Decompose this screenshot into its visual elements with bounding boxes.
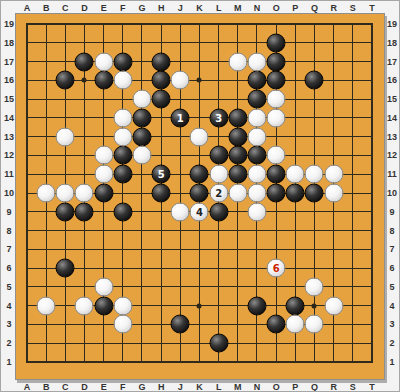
stone-white-D10[interactable] [75,184,94,203]
stone-black-N12[interactable] [247,146,266,165]
column-label: D [76,3,92,13]
stone-white-R4[interactable] [324,296,343,315]
stone-black-L2[interactable] [209,334,228,353]
column-label: S [345,3,361,13]
row-label: 17 [1,57,17,67]
row-label: 10 [384,188,400,198]
row-label: 14 [1,113,17,123]
stone-black-O18[interactable] [267,33,286,52]
column-label: O [268,3,284,13]
stone-white-N14[interactable] [247,108,266,127]
column-label: L [211,382,227,392]
stone-white-O12[interactable] [267,146,286,165]
stone-black-J3[interactable] [171,315,190,334]
row-label: 8 [384,226,400,236]
column-label: T [364,3,380,13]
go-board: AABBCCDDEEFFGGHHJJKKLLMMNNOOPPQQRRSSTT19… [0,0,400,392]
row-label: 2 [1,338,17,348]
column-label: F [115,3,131,13]
stone-white-N9[interactable] [247,202,266,221]
stone-black-M11[interactable] [228,165,247,184]
column-label: S [345,382,361,392]
stone-black-O16[interactable] [267,71,286,90]
row-label: 13 [384,132,400,142]
stone-white-O15[interactable] [267,90,286,109]
stone-white-L11[interactable] [209,165,228,184]
stone-white-J16[interactable] [171,71,190,90]
row-label: 16 [1,75,17,85]
stone-black-N4[interactable] [247,296,266,315]
stone-white-Q3[interactable] [305,315,324,334]
row-label: 8 [1,226,17,236]
stone-white-R11[interactable] [324,165,343,184]
column-label: J [172,382,188,392]
stone-black-M13[interactable] [228,127,247,146]
stone-white-D4[interactable] [75,296,94,315]
stone-black-L9[interactable] [209,202,228,221]
row-label: 1 [1,357,17,367]
column-label: E [96,382,112,392]
move-number-label: 6 [268,260,285,277]
stone-white-Q11[interactable] [305,165,324,184]
row-label: 18 [1,38,17,48]
stone-white-E11[interactable] [94,165,113,184]
stone-white-C10[interactable] [56,184,75,203]
row-label: 7 [384,244,400,254]
stone-black-Q16[interactable] [305,71,324,90]
stone-black-O3[interactable] [267,315,286,334]
star-point [197,78,202,83]
stone-white-M17[interactable] [228,52,247,71]
stone-black-C9[interactable] [56,202,75,221]
column-label: K [191,3,207,13]
column-label: E [96,3,112,13]
row-label: 4 [1,301,17,311]
row-label: 6 [384,263,400,273]
stone-black-L14[interactable]: 3 [209,108,228,127]
stone-white-C13[interactable] [56,127,75,146]
row-label: 11 [384,169,400,179]
stone-black-K11[interactable] [190,165,209,184]
stone-black-E10[interactable] [94,184,113,203]
stone-black-F11[interactable] [113,165,132,184]
grid-line [26,361,373,363]
column-label: K [191,382,207,392]
star-point [312,303,317,308]
stone-white-M10[interactable] [228,184,247,203]
stone-black-O10[interactable] [267,184,286,203]
stone-white-O14[interactable] [267,108,286,127]
stone-white-B10[interactable] [37,184,56,203]
column-label: P [287,3,303,13]
column-label: F [115,382,131,392]
row-label: 9 [1,207,17,217]
stone-black-F17[interactable] [113,52,132,71]
stone-white-F16[interactable] [113,71,132,90]
column-label: N [249,382,265,392]
stone-white-P11[interactable] [286,165,305,184]
column-label: G [134,382,150,392]
stone-white-E5[interactable] [94,277,113,296]
stone-white-E17[interactable] [94,52,113,71]
column-label: C [57,382,73,392]
stone-white-N17[interactable] [247,52,266,71]
row-label: 19 [384,19,400,29]
stone-white-N11[interactable] [247,165,266,184]
stone-white-E12[interactable] [94,146,113,165]
column-label: P [287,382,303,392]
move-number-label: 2 [210,185,227,202]
row-label: 7 [1,244,17,254]
move-number-label: 3 [210,109,227,126]
stone-black-L12[interactable] [209,146,228,165]
row-label: 11 [1,169,17,179]
row-label: 15 [1,94,17,104]
column-label: G [134,3,150,13]
stone-white-F3[interactable] [113,315,132,334]
stone-white-O6[interactable]: 6 [267,259,286,278]
stone-white-J9[interactable] [171,202,190,221]
row-label: 15 [384,94,400,104]
stone-black-C16[interactable] [56,71,75,90]
row-label: 12 [384,150,400,160]
column-label: M [230,3,246,13]
stone-white-P3[interactable] [286,315,305,334]
grid-line [352,23,353,363]
stone-white-F14[interactable] [113,108,132,127]
star-point [82,78,87,83]
grid-line [26,268,373,269]
stone-white-L10[interactable]: 2 [209,184,228,203]
stone-black-J14[interactable]: 1 [171,108,190,127]
stone-white-N13[interactable] [247,127,266,146]
column-label: L [211,3,227,13]
move-number-label: 4 [191,203,208,220]
grid-line [26,343,373,344]
row-label: 19 [1,19,17,29]
column-label: H [153,3,169,13]
stone-white-G15[interactable] [132,90,151,109]
column-label: D [76,382,92,392]
stone-black-G13[interactable] [132,127,151,146]
column-label: M [230,382,246,392]
stone-black-D9[interactable] [75,202,94,221]
stone-black-C6[interactable] [56,259,75,278]
row-label: 13 [1,132,17,142]
stone-black-Q10[interactable] [305,184,324,203]
stone-black-N15[interactable] [247,90,266,109]
column-label: R [326,382,342,392]
stone-white-K9[interactable]: 4 [190,202,209,221]
move-number-label: 5 [153,166,170,183]
stone-black-H16[interactable] [152,71,171,90]
row-label: 2 [384,338,400,348]
column-label: N [249,3,265,13]
stone-black-P10[interactable] [286,184,305,203]
stone-black-F12[interactable] [113,146,132,165]
row-label: 5 [384,282,400,292]
stone-black-O11[interactable] [267,165,286,184]
column-label: Q [306,3,322,13]
row-label: 3 [384,319,400,329]
column-label: C [57,3,73,13]
stone-black-N16[interactable] [247,71,266,90]
stone-white-F13[interactable] [113,127,132,146]
grid-line [26,230,373,231]
stone-black-K10[interactable] [190,184,209,203]
row-label: 4 [384,301,400,311]
grid-line [371,23,373,363]
row-label: 12 [1,150,17,160]
stone-black-E4[interactable] [94,296,113,315]
stone-black-D17[interactable] [75,52,94,71]
column-label: J [172,3,188,13]
row-label: 18 [384,38,400,48]
stone-white-N10[interactable] [247,184,266,203]
column-label: A [19,3,35,13]
column-label: Q [306,382,322,392]
stone-black-E16[interactable] [94,71,113,90]
stone-black-G14[interactable] [132,108,151,127]
stone-white-G12[interactable] [132,146,151,165]
stone-black-H15[interactable] [152,90,171,109]
column-label: R [326,3,342,13]
row-label: 1 [384,357,400,367]
column-label: O [268,382,284,392]
stone-black-M12[interactable] [228,146,247,165]
stone-white-K13[interactable] [190,127,209,146]
move-number-label: 1 [172,109,189,126]
stone-black-H17[interactable] [152,52,171,71]
grid-line [26,249,373,250]
stone-black-O17[interactable] [267,52,286,71]
star-point [197,303,202,308]
column-label: H [153,382,169,392]
row-label: 3 [1,319,17,329]
row-label: 16 [384,75,400,85]
stone-black-H10[interactable] [152,184,171,203]
stone-black-M14[interactable] [228,108,247,127]
row-label: 17 [384,57,400,67]
row-label: 6 [1,263,17,273]
stone-black-P4[interactable] [286,296,305,315]
stone-white-Q5[interactable] [305,277,324,296]
stone-white-R10[interactable] [324,184,343,203]
stone-white-F4[interactable] [113,296,132,315]
stone-black-H11[interactable]: 5 [152,165,171,184]
column-label: B [38,382,54,392]
column-label: B [38,3,54,13]
column-label: A [19,382,35,392]
row-label: 5 [1,282,17,292]
row-label: 9 [384,207,400,217]
stone-black-F9[interactable] [113,202,132,221]
row-label: 14 [384,113,400,123]
row-label: 10 [1,188,17,198]
stone-white-B4[interactable] [37,296,56,315]
column-label: T [364,382,380,392]
